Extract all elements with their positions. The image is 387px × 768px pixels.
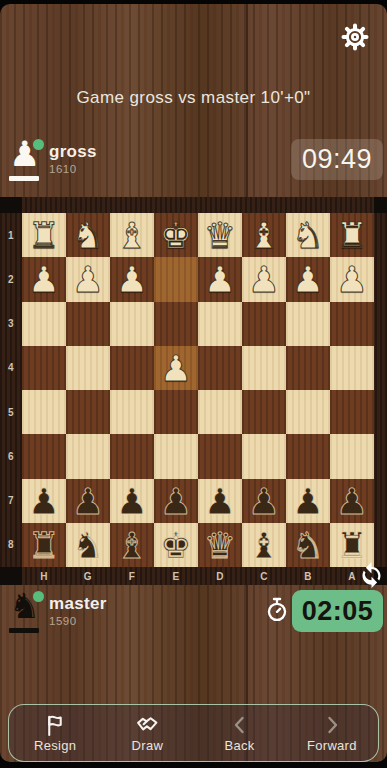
board-frame-right <box>374 390 387 434</box>
square-d4[interactable] <box>198 346 242 390</box>
black-pawn: ♟ <box>330 479 374 524</box>
square-c4[interactable] <box>242 346 286 390</box>
white-pawn: ♟ <box>286 257 330 302</box>
square-d3[interactable] <box>198 302 242 346</box>
square-b2[interactable]: ♟ <box>286 257 330 301</box>
flag-icon <box>42 713 68 737</box>
stopwatch-icon <box>263 596 291 624</box>
square-h1[interactable]: ♜ <box>22 213 66 257</box>
player-plate-black: ♞ master 1590 02:05 <box>0 590 387 640</box>
board-frame-right <box>374 213 387 257</box>
square-a4[interactable] <box>330 346 374 390</box>
square-e4[interactable]: ♟ <box>154 346 198 390</box>
square-d7[interactable]: ♟ <box>198 479 242 523</box>
black-pawn: ♟ <box>66 479 110 524</box>
board-frame-right <box>374 479 387 523</box>
black-queen: ♛ <box>198 523 242 568</box>
square-b8[interactable]: ♞ <box>286 523 330 567</box>
resign-button[interactable]: Resign <box>9 705 101 761</box>
file-label-h: H <box>22 567 66 585</box>
square-b5[interactable] <box>286 390 330 434</box>
white-queen: ♛ <box>198 213 242 258</box>
player-rating: 1610 <box>49 163 77 175</box>
square-e5[interactable] <box>154 390 198 434</box>
square-d1[interactable]: ♛ <box>198 213 242 257</box>
square-h5[interactable] <box>22 390 66 434</box>
black-pawn: ♟ <box>286 479 330 524</box>
player-plate-white: ♟ gross 1610 09:49 <box>0 138 387 188</box>
white-rook: ♜ <box>22 213 66 258</box>
white-bishop: ♝ <box>110 213 154 258</box>
square-a1[interactable]: ♜ <box>330 213 374 257</box>
square-f4[interactable] <box>110 346 154 390</box>
square-g4[interactable] <box>66 346 110 390</box>
black-king: ♚ <box>154 523 198 568</box>
square-f7[interactable]: ♟ <box>110 479 154 523</box>
status-bar-top <box>0 0 387 4</box>
square-b7[interactable]: ♟ <box>286 479 330 523</box>
player-name: master <box>49 594 107 614</box>
square-e8[interactable]: ♚ <box>154 523 198 567</box>
online-indicator <box>33 139 44 150</box>
player-rating: 1590 <box>49 615 77 627</box>
black-knight: ♞ <box>66 523 110 568</box>
square-h6[interactable] <box>22 434 66 478</box>
square-f2[interactable]: ♟ <box>110 257 154 301</box>
back-button[interactable]: Back <box>194 705 286 761</box>
square-g1[interactable]: ♞ <box>66 213 110 257</box>
white-pawn-icon-base <box>9 176 39 181</box>
square-d2[interactable]: ♟ <box>198 257 242 301</box>
black-clock: 02:05 <box>292 590 383 632</box>
square-h8[interactable]: ♜ <box>22 523 66 567</box>
rank-label-3: 3 <box>0 302 22 346</box>
rank-label-4: 4 <box>0 346 22 390</box>
square-f1[interactable]: ♝ <box>110 213 154 257</box>
white-clock: 09:49 <box>291 139 383 180</box>
board-frame-right <box>374 257 387 301</box>
square-a3[interactable] <box>330 302 374 346</box>
square-g8[interactable]: ♞ <box>66 523 110 567</box>
white-pawn: ♟ <box>110 257 154 302</box>
square-d8[interactable]: ♛ <box>198 523 242 567</box>
file-label-c: C <box>242 567 286 585</box>
square-f3[interactable] <box>110 302 154 346</box>
square-h3[interactable] <box>22 302 66 346</box>
square-c6[interactable] <box>242 434 286 478</box>
black-bishop: ♝ <box>110 523 154 568</box>
white-pawn: ♟ <box>22 257 66 302</box>
board-frame-right <box>374 346 387 390</box>
white-rook: ♜ <box>330 213 374 258</box>
square-a2[interactable]: ♟ <box>330 257 374 301</box>
white-king: ♚ <box>154 213 198 258</box>
black-pawn: ♟ <box>198 479 242 524</box>
square-f8[interactable]: ♝ <box>110 523 154 567</box>
square-h4[interactable] <box>22 346 66 390</box>
white-pawn: ♟ <box>242 257 286 302</box>
handshake-icon <box>134 713 160 737</box>
black-pawn: ♟ <box>154 479 198 524</box>
square-d6[interactable] <box>198 434 242 478</box>
square-e7[interactable]: ♟ <box>154 479 198 523</box>
square-b3[interactable] <box>286 302 330 346</box>
black-rook: ♜ <box>22 523 66 568</box>
square-a5[interactable] <box>330 390 374 434</box>
board-frame-right <box>374 434 387 478</box>
player-name: gross <box>49 142 97 162</box>
white-knight: ♞ <box>66 213 110 258</box>
square-f5[interactable] <box>110 390 154 434</box>
square-a6[interactable] <box>330 434 374 478</box>
back-label: Back <box>225 738 255 753</box>
square-g2[interactable]: ♟ <box>66 257 110 301</box>
square-b4[interactable] <box>286 346 330 390</box>
square-g6[interactable] <box>66 434 110 478</box>
board-frame-right <box>374 302 387 346</box>
resign-label: Resign <box>34 738 76 753</box>
square-e2[interactable] <box>154 257 198 301</box>
flip-board-icon <box>358 561 385 588</box>
rank-label-6: 6 <box>0 434 22 478</box>
forward-button[interactable]: Forward <box>286 705 378 761</box>
square-c1[interactable]: ♝ <box>242 213 286 257</box>
rank-label-1: 1 <box>0 213 22 257</box>
gear-icon <box>340 22 370 52</box>
white-pawn: ♟ <box>66 257 110 302</box>
game-title: Game gross vs master 10'+0" <box>0 88 387 108</box>
chess-board: 1♜♞♝♚♛♝♞♜2♟♟♟♟♟♟♟34♟567♟♟♟♟♟♟♟♟8♜♞♝♚♛♝♞♜… <box>0 197 387 585</box>
file-label-d: D <box>198 567 242 585</box>
square-f6[interactable] <box>110 434 154 478</box>
game-controls-bar: Resign Draw Back <box>8 704 379 762</box>
online-indicator <box>33 591 44 602</box>
black-pawn: ♟ <box>110 479 154 524</box>
square-c3[interactable] <box>242 302 286 346</box>
square-h2[interactable]: ♟ <box>22 257 66 301</box>
file-label-b: B <box>286 567 330 585</box>
square-a7[interactable]: ♟ <box>330 479 374 523</box>
square-e3[interactable] <box>154 302 198 346</box>
square-e6[interactable] <box>154 434 198 478</box>
chevron-left-icon <box>227 713 253 737</box>
square-e1[interactable]: ♚ <box>154 213 198 257</box>
status-bar-bottom <box>0 762 387 768</box>
black-knight: ♞ <box>286 523 330 568</box>
white-pawn: ♟ <box>198 257 242 302</box>
square-g3[interactable] <box>66 302 110 346</box>
draw-label: Draw <box>132 738 164 753</box>
black-pawn: ♟ <box>242 479 286 524</box>
chevron-right-icon <box>319 713 345 737</box>
square-b6[interactable] <box>286 434 330 478</box>
square-c7[interactable]: ♟ <box>242 479 286 523</box>
draw-button[interactable]: Draw <box>101 705 193 761</box>
square-b1[interactable]: ♞ <box>286 213 330 257</box>
rank-label-7: 7 <box>0 479 22 523</box>
square-d5[interactable] <box>198 390 242 434</box>
rank-label-5: 5 <box>0 390 22 434</box>
white-knight: ♞ <box>286 213 330 258</box>
square-c5[interactable] <box>242 390 286 434</box>
rank-label-2: 2 <box>0 257 22 301</box>
board-frame-top <box>0 197 387 213</box>
white-pawn: ♟ <box>330 257 374 302</box>
square-c2[interactable]: ♟ <box>242 257 286 301</box>
black-knight-icon-base <box>9 628 39 633</box>
white-bishop: ♝ <box>242 213 286 258</box>
chess-app-screen: Game gross vs master 10'+0" ♟ gross 1610… <box>0 0 387 768</box>
square-h7[interactable]: ♟ <box>22 479 66 523</box>
file-label-e: E <box>154 567 198 585</box>
forward-label: Forward <box>307 738 357 753</box>
rank-label-8: 8 <box>0 523 22 567</box>
square-c8[interactable]: ♝ <box>242 523 286 567</box>
white-pawn: ♟ <box>154 346 198 391</box>
black-bishop: ♝ <box>242 523 286 568</box>
board-corner <box>0 567 22 585</box>
file-label-g: G <box>66 567 110 585</box>
file-label-f: F <box>110 567 154 585</box>
square-g5[interactable] <box>66 390 110 434</box>
settings-button[interactable] <box>340 22 370 52</box>
flip-board-button[interactable] <box>358 561 385 588</box>
square-g7[interactable]: ♟ <box>66 479 110 523</box>
black-pawn: ♟ <box>22 479 66 524</box>
